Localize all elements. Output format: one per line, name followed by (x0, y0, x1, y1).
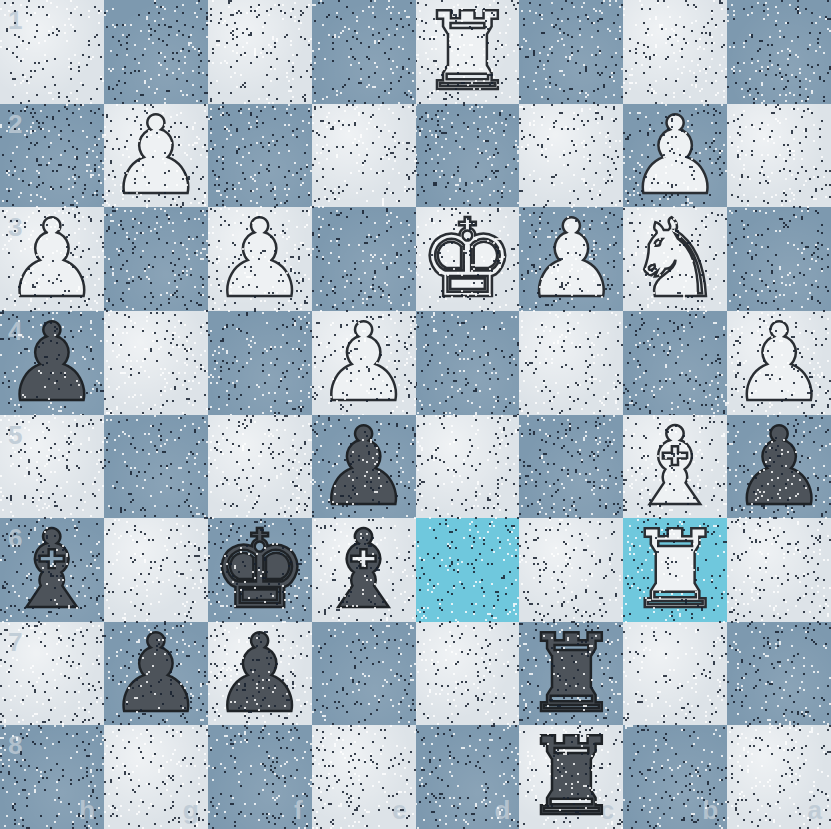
square-f3[interactable]: ♟︎ (208, 207, 312, 311)
square-b7[interactable] (623, 622, 727, 726)
white-king[interactable]: ♚ (416, 207, 520, 311)
square-b2[interactable]: ♟︎ (623, 104, 727, 208)
square-f2[interactable] (208, 104, 312, 208)
square-e8[interactable]: e (312, 725, 416, 829)
square-d3[interactable]: ♚ (416, 207, 520, 311)
square-f6[interactable]: ♚ (208, 518, 312, 622)
square-d6[interactable] (416, 518, 520, 622)
black-bishop[interactable]: ♝ (312, 518, 416, 622)
white-rook[interactable]: ♜ (416, 0, 520, 104)
square-a8[interactable]: a (727, 725, 831, 829)
white-pawn[interactable]: ♟︎ (208, 207, 312, 311)
square-g3[interactable] (104, 207, 208, 311)
white-pawn[interactable]: ♟︎ (727, 311, 831, 415)
white-knight[interactable]: ♞ (623, 207, 727, 311)
black-bishop[interactable]: ♝ (0, 518, 104, 622)
square-e4[interactable]: ♟︎ (312, 311, 416, 415)
square-h1[interactable]: 1 (0, 0, 104, 104)
square-d7[interactable] (416, 622, 520, 726)
square-a5[interactable]: ♟︎ (727, 415, 831, 519)
rank-label-8: 8 (8, 730, 22, 761)
white-bishop[interactable]: ♝ (623, 415, 727, 519)
file-label-g: g (183, 795, 199, 826)
square-d5[interactable] (416, 415, 520, 519)
black-pawn[interactable]: ♟︎ (208, 622, 312, 726)
black-pawn[interactable]: ♟︎ (104, 622, 208, 726)
square-d8[interactable]: d (416, 725, 520, 829)
square-h4[interactable]: 4♟︎ (0, 311, 104, 415)
square-b4[interactable] (623, 311, 727, 415)
file-label-a: a (808, 795, 822, 826)
square-e1[interactable] (312, 0, 416, 104)
square-d1[interactable]: ♜ (416, 0, 520, 104)
square-f1[interactable] (208, 0, 312, 104)
white-pawn[interactable]: ♟︎ (0, 207, 104, 311)
square-e6[interactable]: ♝ (312, 518, 416, 622)
square-c8[interactable]: c♜ (519, 725, 623, 829)
black-pawn[interactable]: ♟︎ (727, 415, 831, 519)
square-b1[interactable] (623, 0, 727, 104)
square-c5[interactable] (519, 415, 623, 519)
file-label-b: b (702, 795, 718, 826)
square-f5[interactable] (208, 415, 312, 519)
square-g4[interactable] (104, 311, 208, 415)
square-f8[interactable]: f (208, 725, 312, 829)
file-label-f: f (294, 795, 303, 826)
black-rook[interactable]: ♜ (519, 725, 623, 829)
square-c2[interactable] (519, 104, 623, 208)
square-a3[interactable] (727, 207, 831, 311)
square-f7[interactable]: ♟︎ (208, 622, 312, 726)
square-h2[interactable]: 2 (0, 104, 104, 208)
square-c7[interactable]: ♜ (519, 622, 623, 726)
square-h5[interactable]: 5 (0, 415, 104, 519)
white-pawn[interactable]: ♟︎ (312, 311, 416, 415)
square-a6[interactable] (727, 518, 831, 622)
square-c4[interactable] (519, 311, 623, 415)
square-c6[interactable] (519, 518, 623, 622)
white-pawn[interactable]: ♟︎ (623, 104, 727, 208)
white-rook[interactable]: ♜ (623, 518, 727, 622)
square-b6[interactable]: ♜ (623, 518, 727, 622)
square-a4[interactable]: ♟︎ (727, 311, 831, 415)
chess-board: 1♜2♟︎♟︎3♟︎♟︎♚♟︎♞4♟︎♟︎♟︎5♟︎♝♟︎6♝♚♝♜7♟︎♟︎♜… (0, 0, 831, 829)
black-pawn[interactable]: ♟︎ (0, 311, 104, 415)
square-f4[interactable] (208, 311, 312, 415)
square-a7[interactable] (727, 622, 831, 726)
file-label-e: e (392, 795, 406, 826)
white-pawn[interactable]: ♟︎ (519, 207, 623, 311)
square-b8[interactable]: b (623, 725, 727, 829)
square-h6[interactable]: 6♝ (0, 518, 104, 622)
square-g7[interactable]: ♟︎ (104, 622, 208, 726)
square-a1[interactable] (727, 0, 831, 104)
white-pawn[interactable]: ♟︎ (104, 104, 208, 208)
square-c1[interactable] (519, 0, 623, 104)
square-e5[interactable]: ♟︎ (312, 415, 416, 519)
square-g8[interactable]: g (104, 725, 208, 829)
square-g2[interactable]: ♟︎ (104, 104, 208, 208)
square-e2[interactable] (312, 104, 416, 208)
square-e3[interactable] (312, 207, 416, 311)
square-d4[interactable] (416, 311, 520, 415)
file-label-h: h (79, 795, 95, 826)
rank-label-2: 2 (8, 109, 22, 140)
black-pawn[interactable]: ♟︎ (312, 415, 416, 519)
black-king[interactable]: ♚ (208, 518, 312, 622)
square-b3[interactable]: ♞ (623, 207, 727, 311)
square-e7[interactable] (312, 622, 416, 726)
black-rook[interactable]: ♜ (519, 622, 623, 726)
rank-label-1: 1 (8, 5, 22, 36)
square-g5[interactable] (104, 415, 208, 519)
square-h3[interactable]: 3♟︎ (0, 207, 104, 311)
square-h8[interactable]: 8h (0, 725, 104, 829)
file-label-d: d (494, 795, 510, 826)
square-a2[interactable] (727, 104, 831, 208)
square-d2[interactable] (416, 104, 520, 208)
square-g1[interactable] (104, 0, 208, 104)
square-h7[interactable]: 7 (0, 622, 104, 726)
square-g6[interactable] (104, 518, 208, 622)
square-b5[interactable]: ♝ (623, 415, 727, 519)
square-c3[interactable]: ♟︎ (519, 207, 623, 311)
